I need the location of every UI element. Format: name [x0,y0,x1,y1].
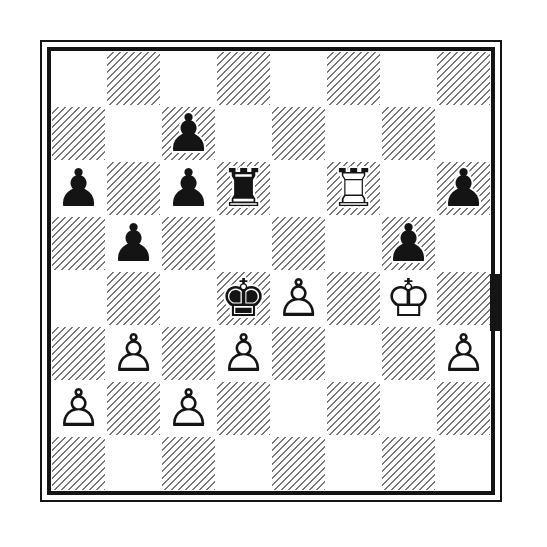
right-border-notch [490,274,502,331]
square-h4[interactable] [436,271,491,326]
square-f1[interactable] [326,436,381,491]
piece-halo: ♟ [106,326,161,381]
square-f2[interactable] [326,381,381,436]
piece-halo: ♟ [106,216,161,271]
square-b2[interactable] [106,381,161,436]
square-c5[interactable] [161,216,216,271]
piece-halo: ♜ [216,161,271,216]
square-f8[interactable] [326,51,381,106]
black-king-icon: ♚ [216,271,271,326]
square-c2[interactable]: ♟♙ [161,381,216,436]
piece-halo: ♚ [381,271,436,326]
chessboard: ♟♟♟♟♟♟♜♜♜♖♟♟♟♟♟♟♚♚♟♙♚♔♟♙♟♙♟♙♟♙♟♙ [51,51,491,491]
piece-halo: ♟ [161,381,216,436]
chessboard-frame: ♟♟♟♟♟♟♜♜♜♖♟♟♟♟♟♟♚♚♟♙♚♔♟♙♟♙♟♙♟♙♟♙ [40,40,502,502]
square-h8[interactable] [436,51,491,106]
piece-halo: ♟ [51,161,106,216]
square-d1[interactable] [216,436,271,491]
square-d4[interactable]: ♚♚ [216,271,271,326]
square-f7[interactable] [326,106,381,161]
white-pawn-icon: ♙ [216,326,271,381]
square-b5[interactable]: ♟♟ [106,216,161,271]
square-a6[interactable]: ♟♟ [51,161,106,216]
square-f4[interactable] [326,271,381,326]
square-e7[interactable] [271,106,326,161]
piece-halo: ♟ [271,271,326,326]
square-d6[interactable]: ♜♜ [216,161,271,216]
square-c3[interactable] [161,326,216,381]
black-pawn-icon: ♟ [106,216,161,271]
black-pawn-icon: ♟ [381,216,436,271]
square-b1[interactable] [106,436,161,491]
square-a8[interactable] [51,51,106,106]
square-c1[interactable] [161,436,216,491]
piece-halo: ♚ [216,271,271,326]
square-a7[interactable] [51,106,106,161]
white-pawn-icon: ♙ [161,381,216,436]
white-pawn-icon: ♙ [271,271,326,326]
piece-halo: ♟ [436,161,491,216]
square-g7[interactable] [381,106,436,161]
square-d2[interactable] [216,381,271,436]
black-pawn-icon: ♟ [436,161,491,216]
piece-halo: ♟ [161,161,216,216]
square-d3[interactable]: ♟♙ [216,326,271,381]
square-h5[interactable] [436,216,491,271]
piece-halo: ♟ [161,106,216,161]
chessboard-inner-border: ♟♟♟♟♟♟♜♜♜♖♟♟♟♟♟♟♚♚♟♙♚♔♟♙♟♙♟♙♟♙♟♙ [47,47,495,495]
square-c4[interactable] [161,271,216,326]
square-e6[interactable] [271,161,326,216]
square-g5[interactable]: ♟♟ [381,216,436,271]
square-d8[interactable] [216,51,271,106]
diagram-canvas: ♟♟♟♟♟♟♜♜♜♖♟♟♟♟♟♟♚♚♟♙♚♔♟♙♟♙♟♙♟♙♟♙ [0,0,547,547]
square-g8[interactable] [381,51,436,106]
square-f5[interactable] [326,216,381,271]
white-pawn-icon: ♙ [51,381,106,436]
square-a1[interactable] [51,436,106,491]
square-b4[interactable] [106,271,161,326]
square-f6[interactable]: ♜♖ [326,161,381,216]
square-f3[interactable] [326,326,381,381]
white-pawn-icon: ♙ [436,326,491,381]
piece-halo: ♜ [326,161,381,216]
square-g4[interactable]: ♚♔ [381,271,436,326]
black-pawn-icon: ♟ [161,106,216,161]
square-g6[interactable] [381,161,436,216]
square-g1[interactable] [381,436,436,491]
square-h7[interactable] [436,106,491,161]
black-rook-icon: ♜ [216,161,271,216]
black-pawn-icon: ♟ [161,161,216,216]
square-e4[interactable]: ♟♙ [271,271,326,326]
square-h2[interactable] [436,381,491,436]
square-a4[interactable] [51,271,106,326]
square-h1[interactable] [436,436,491,491]
square-g3[interactable] [381,326,436,381]
square-h3[interactable]: ♟♙ [436,326,491,381]
square-e1[interactable] [271,436,326,491]
square-e8[interactable] [271,51,326,106]
square-g2[interactable] [381,381,436,436]
white-king-icon: ♔ [381,271,436,326]
square-e2[interactable] [271,381,326,436]
square-b3[interactable]: ♟♙ [106,326,161,381]
square-e5[interactable] [271,216,326,271]
square-e3[interactable] [271,326,326,381]
piece-halo: ♟ [216,326,271,381]
piece-halo: ♟ [51,381,106,436]
square-d5[interactable] [216,216,271,271]
square-b6[interactable] [106,161,161,216]
square-b7[interactable] [106,106,161,161]
square-h6[interactable]: ♟♟ [436,161,491,216]
square-a3[interactable] [51,326,106,381]
white-rook-icon: ♖ [326,161,381,216]
square-c8[interactable] [161,51,216,106]
square-a5[interactable] [51,216,106,271]
white-pawn-icon: ♙ [106,326,161,381]
square-b8[interactable] [106,51,161,106]
square-c7[interactable]: ♟♟ [161,106,216,161]
piece-halo: ♟ [381,216,436,271]
black-pawn-icon: ♟ [51,161,106,216]
square-c6[interactable]: ♟♟ [161,161,216,216]
piece-halo: ♟ [436,326,491,381]
square-d7[interactable] [216,106,271,161]
square-a2[interactable]: ♟♙ [51,381,106,436]
